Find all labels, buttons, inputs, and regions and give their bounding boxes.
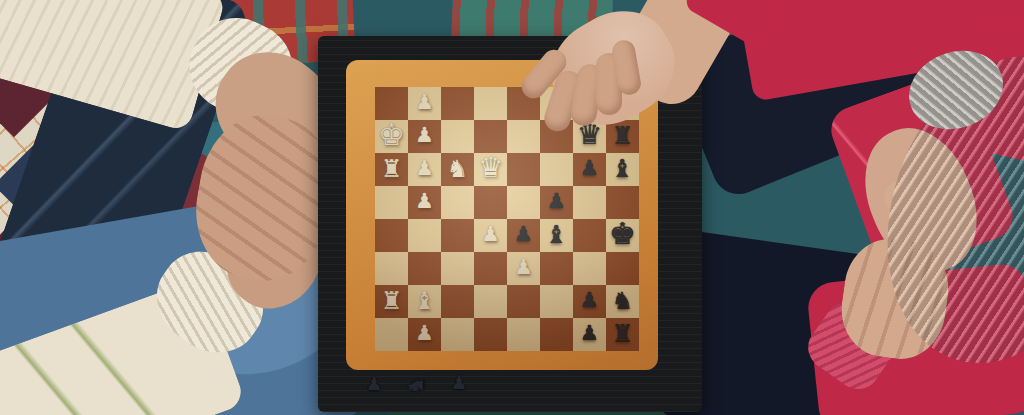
square[interactable] — [606, 252, 639, 285]
square[interactable] — [540, 318, 573, 351]
black-pawn-h7[interactable]: ♟ — [580, 323, 599, 344]
white-pawn-h2[interactable]: ♟ — [415, 323, 434, 344]
square[interactable] — [507, 186, 540, 219]
chessboard[interactable]: ♚♜♜♟♟♟♟♝♟♞♛♟♟♛♜♟♝♟♟♝♚♟♞♟♜ — [375, 87, 639, 351]
square[interactable] — [375, 318, 408, 351]
white-pawn-a2[interactable]: ♟ — [415, 92, 434, 113]
black-king-e8[interactable]: ♚ — [609, 219, 636, 249]
black-bishop-e6[interactable]: ♝ — [545, 222, 567, 247]
white-pawn-f5[interactable]: ♟ — [514, 257, 533, 278]
white-knight-c3[interactable]: ♞ — [447, 156, 469, 180]
square[interactable] — [573, 186, 606, 219]
black-bishop-c8[interactable]: ♝ — [611, 156, 633, 181]
square[interactable] — [441, 186, 474, 219]
square[interactable] — [540, 252, 573, 285]
black-rook-h8[interactable]: ♜ — [612, 321, 634, 345]
square[interactable] — [474, 318, 507, 351]
square[interactable] — [441, 318, 474, 351]
white-rook-c1[interactable]: ♜ — [381, 156, 403, 180]
square[interactable] — [474, 285, 507, 318]
square[interactable] — [441, 285, 474, 318]
square[interactable] — [540, 153, 573, 186]
photo-scene: ♚♜♜♟♟♟♟♝♟♞♛♟♟♛♜♟♝♟♟♝♚♟♞♟♜ ♟♞♟ — [0, 0, 1024, 415]
square[interactable] — [474, 87, 507, 120]
square[interactable] — [375, 186, 408, 219]
black-pawn-e5[interactable]: ♟ — [514, 224, 533, 245]
captured-black-knight[interactable]: ♞ — [405, 376, 427, 396]
black-knight-g8[interactable]: ♞ — [612, 288, 634, 312]
black-pawn-g7[interactable]: ♟ — [580, 290, 599, 311]
square[interactable] — [375, 87, 408, 120]
captured-black-pawn[interactable]: ♟ — [365, 374, 382, 393]
white-pawn-b2[interactable]: ♟ — [415, 125, 434, 146]
white-rook-g1[interactable]: ♜ — [381, 288, 403, 312]
square[interactable] — [507, 285, 540, 318]
square[interactable] — [441, 87, 474, 120]
square[interactable] — [375, 219, 408, 252]
square[interactable] — [573, 219, 606, 252]
square[interactable] — [606, 186, 639, 219]
square[interactable] — [441, 252, 474, 285]
white-pawn-d2[interactable]: ♟ — [415, 191, 434, 212]
captured-black-pawn[interactable]: ♟ — [450, 373, 467, 392]
black-pawn-d6[interactable]: ♟ — [547, 191, 566, 212]
square[interactable] — [507, 318, 540, 351]
square[interactable] — [573, 252, 606, 285]
white-bishop-g2[interactable]: ♝ — [413, 288, 435, 313]
square[interactable] — [474, 186, 507, 219]
square[interactable] — [375, 252, 408, 285]
square[interactable] — [441, 219, 474, 252]
black-pawn-c7[interactable]: ♟ — [580, 158, 599, 179]
white-king-b1[interactable]: ♚ — [378, 120, 405, 150]
white-pawn-e4[interactable]: ♟ — [481, 224, 500, 245]
square[interactable] — [507, 120, 540, 153]
square[interactable] — [474, 120, 507, 153]
square[interactable] — [441, 120, 474, 153]
square[interactable] — [408, 219, 441, 252]
square[interactable] — [408, 252, 441, 285]
square[interactable] — [507, 153, 540, 186]
square[interactable] — [474, 252, 507, 285]
white-queen-c4[interactable]: ♛ — [478, 154, 503, 182]
black-rook-b8[interactable]: ♜ — [612, 123, 634, 147]
white-pawn-c2[interactable]: ♟ — [415, 158, 434, 179]
square[interactable] — [540, 285, 573, 318]
